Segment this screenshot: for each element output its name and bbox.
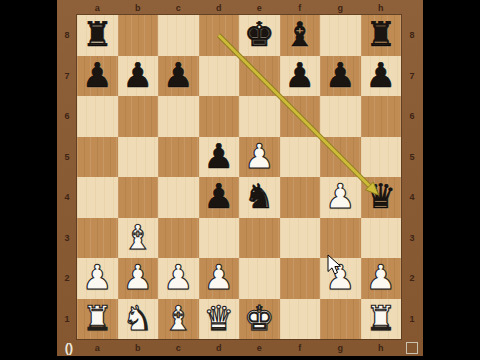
- file-label-top-a: a: [77, 0, 118, 15]
- piece-white-king-e1[interactable]: ♚: [244, 301, 274, 335]
- square-e6[interactable]: [239, 96, 280, 137]
- file-label-bottom-a: a: [77, 339, 118, 356]
- flip-board-icon[interactable]: ( ): [59, 339, 77, 355]
- square-h6[interactable]: [361, 96, 402, 137]
- square-c5[interactable]: [158, 137, 199, 178]
- square-e2[interactable]: [239, 258, 280, 299]
- square-d2[interactable]: ♟: [199, 258, 240, 299]
- piece-white-bishop-c1[interactable]: ♝: [163, 301, 193, 335]
- piece-black-knight-e4[interactable]: ♞: [244, 179, 274, 213]
- square-a6[interactable]: [77, 96, 118, 137]
- file-label-bottom-b: b: [118, 339, 159, 356]
- square-a1[interactable]: ♜: [77, 299, 118, 340]
- rank-label-right-5: 5: [401, 137, 423, 178]
- square-b3[interactable]: ♝: [118, 218, 159, 259]
- file-label-top-c: c: [158, 0, 199, 15]
- square-c2[interactable]: ♟: [158, 258, 199, 299]
- rank-label-left-7: 7: [57, 56, 77, 97]
- square-d3[interactable]: [199, 218, 240, 259]
- square-e8[interactable]: ♚: [239, 15, 280, 56]
- piece-white-rook-a1[interactable]: ♜: [82, 301, 112, 335]
- square-e4[interactable]: ♞: [239, 177, 280, 218]
- square-g7[interactable]: ♟: [320, 56, 361, 97]
- rank-label-right-8: 8: [401, 15, 423, 56]
- square-a3[interactable]: [77, 218, 118, 259]
- square-g6[interactable]: [320, 96, 361, 137]
- square-d7[interactable]: [199, 56, 240, 97]
- square-g5[interactable]: [320, 137, 361, 178]
- piece-black-pawn-c7[interactable]: ♟: [163, 58, 193, 92]
- square-d4[interactable]: ♟: [199, 177, 240, 218]
- board-grid: ♜♚♝♜♟♟♟♟♟♟♟♟♟♞♟♛♝♟♟♟♟♟♟♜♞♝♛♚♜: [77, 15, 401, 339]
- piece-white-pawn-d2[interactable]: ♟: [204, 260, 234, 294]
- square-h8[interactable]: ♜: [361, 15, 402, 56]
- file-label-top-f: f: [280, 0, 321, 15]
- piece-white-queen-d1[interactable]: ♛: [204, 301, 234, 335]
- stop-square-icon[interactable]: [406, 342, 418, 354]
- square-d8[interactable]: [199, 15, 240, 56]
- square-a4[interactable]: [77, 177, 118, 218]
- square-e1[interactable]: ♚: [239, 299, 280, 340]
- rank-label-left-2: 2: [57, 258, 77, 299]
- square-c7[interactable]: ♟: [158, 56, 199, 97]
- rank-label-right-4: 4: [401, 177, 423, 218]
- piece-black-king-e8[interactable]: ♚: [244, 17, 274, 51]
- file-label-bottom-f: f: [280, 339, 321, 356]
- square-e7[interactable]: [239, 56, 280, 97]
- square-f3[interactable]: [280, 218, 321, 259]
- square-d6[interactable]: [199, 96, 240, 137]
- rank-label-left-8: 8: [57, 15, 77, 56]
- square-f8[interactable]: ♝: [280, 15, 321, 56]
- file-label-top-g: g: [320, 0, 361, 15]
- file-label-top-e: e: [239, 0, 280, 15]
- square-f2[interactable]: [280, 258, 321, 299]
- rank-labels-left: 87654321: [57, 15, 77, 339]
- piece-black-rook-h8[interactable]: ♜: [366, 17, 396, 51]
- piece-white-bishop-b3[interactable]: ♝: [123, 220, 153, 254]
- chess-board: abcdefgh 87654321 ♜♚♝♜♟♟♟♟♟♟♟♟♟♞♟♛♝♟♟♟♟♟…: [57, 0, 423, 356]
- rank-label-right-3: 3: [401, 218, 423, 259]
- piece-black-pawn-d4[interactable]: ♟: [204, 179, 234, 213]
- square-f4[interactable]: [280, 177, 321, 218]
- piece-black-pawn-a7[interactable]: ♟: [82, 58, 112, 92]
- square-f1[interactable]: [280, 299, 321, 340]
- square-d5[interactable]: ♟: [199, 137, 240, 178]
- square-h2[interactable]: ♟: [361, 258, 402, 299]
- piece-white-rook-h1[interactable]: ♜: [366, 301, 396, 335]
- square-a8[interactable]: ♜: [77, 15, 118, 56]
- rank-label-left-3: 3: [57, 218, 77, 259]
- square-c4[interactable]: [158, 177, 199, 218]
- square-b8[interactable]: [118, 15, 159, 56]
- piece-black-pawn-b7[interactable]: ♟: [123, 58, 153, 92]
- square-c1[interactable]: ♝: [158, 299, 199, 340]
- rank-labels-right: 87654321: [401, 15, 423, 339]
- square-a5[interactable]: [77, 137, 118, 178]
- square-e3[interactable]: [239, 218, 280, 259]
- rank-label-right-6: 6: [401, 96, 423, 137]
- square-c8[interactable]: [158, 15, 199, 56]
- square-g4[interactable]: ♟: [320, 177, 361, 218]
- piece-white-pawn-h2[interactable]: ♟: [366, 260, 396, 294]
- piece-white-pawn-b2[interactable]: ♟: [123, 260, 153, 294]
- square-g2[interactable]: ♟: [320, 258, 361, 299]
- square-h5[interactable]: [361, 137, 402, 178]
- square-f6[interactable]: [280, 96, 321, 137]
- piece-white-knight-b1[interactable]: ♞: [123, 301, 153, 335]
- square-f7[interactable]: ♟: [280, 56, 321, 97]
- square-b6[interactable]: [118, 96, 159, 137]
- piece-black-pawn-g7[interactable]: ♟: [325, 58, 355, 92]
- piece-black-pawn-f7[interactable]: ♟: [285, 58, 315, 92]
- rank-label-left-6: 6: [57, 96, 77, 137]
- file-label-top-b: b: [118, 0, 159, 15]
- rank-label-right-1: 1: [401, 299, 423, 340]
- file-label-bottom-g: g: [320, 339, 361, 356]
- piece-black-rook-a8[interactable]: ♜: [82, 17, 112, 51]
- rank-label-right-7: 7: [401, 56, 423, 97]
- file-label-top-h: h: [361, 0, 402, 15]
- square-a7[interactable]: ♟: [77, 56, 118, 97]
- piece-white-pawn-g4[interactable]: ♟: [325, 179, 355, 213]
- file-labels-top: abcdefgh: [77, 0, 401, 15]
- piece-white-pawn-e5[interactable]: ♟: [244, 139, 274, 173]
- file-label-bottom-c: c: [158, 339, 199, 356]
- file-label-bottom-h: h: [361, 339, 402, 356]
- piece-white-pawn-g2[interactable]: ♟: [325, 260, 355, 294]
- square-h7[interactable]: ♟: [361, 56, 402, 97]
- square-b4[interactable]: [118, 177, 159, 218]
- square-e5[interactable]: ♟: [239, 137, 280, 178]
- rank-label-left-5: 5: [57, 137, 77, 178]
- piece-black-pawn-d5[interactable]: ♟: [204, 139, 234, 173]
- square-h1[interactable]: ♜: [361, 299, 402, 340]
- rank-label-left-4: 4: [57, 177, 77, 218]
- square-b2[interactable]: ♟: [118, 258, 159, 299]
- square-a2[interactable]: ♟: [77, 258, 118, 299]
- square-g3[interactable]: [320, 218, 361, 259]
- piece-white-pawn-c2[interactable]: ♟: [163, 260, 193, 294]
- square-d1[interactable]: ♛: [199, 299, 240, 340]
- square-b5[interactable]: [118, 137, 159, 178]
- square-b1[interactable]: ♞: [118, 299, 159, 340]
- file-label-top-d: d: [199, 0, 240, 15]
- piece-black-queen-h4[interactable]: ♛: [366, 179, 396, 213]
- rank-label-left-1: 1: [57, 299, 77, 340]
- video-frame: abcdefgh 87654321 ♜♚♝♜♟♟♟♟♟♟♟♟♟♞♟♛♝♟♟♟♟♟…: [0, 0, 480, 360]
- square-h4[interactable]: ♛: [361, 177, 402, 218]
- piece-black-bishop-f8[interactable]: ♝: [285, 17, 315, 51]
- square-c6[interactable]: [158, 96, 199, 137]
- square-b7[interactable]: ♟: [118, 56, 159, 97]
- piece-black-pawn-h7[interactable]: ♟: [366, 58, 396, 92]
- square-h3[interactable]: [361, 218, 402, 259]
- file-label-bottom-e: e: [239, 339, 280, 356]
- square-g1[interactable]: [320, 299, 361, 340]
- square-f5[interactable]: [280, 137, 321, 178]
- rank-label-right-2: 2: [401, 258, 423, 299]
- square-g8[interactable]: [320, 15, 361, 56]
- square-c3[interactable]: [158, 218, 199, 259]
- piece-white-pawn-a2[interactable]: ♟: [82, 260, 112, 294]
- file-labels-bottom: abcdefgh: [77, 339, 401, 356]
- file-label-bottom-d: d: [199, 339, 240, 356]
